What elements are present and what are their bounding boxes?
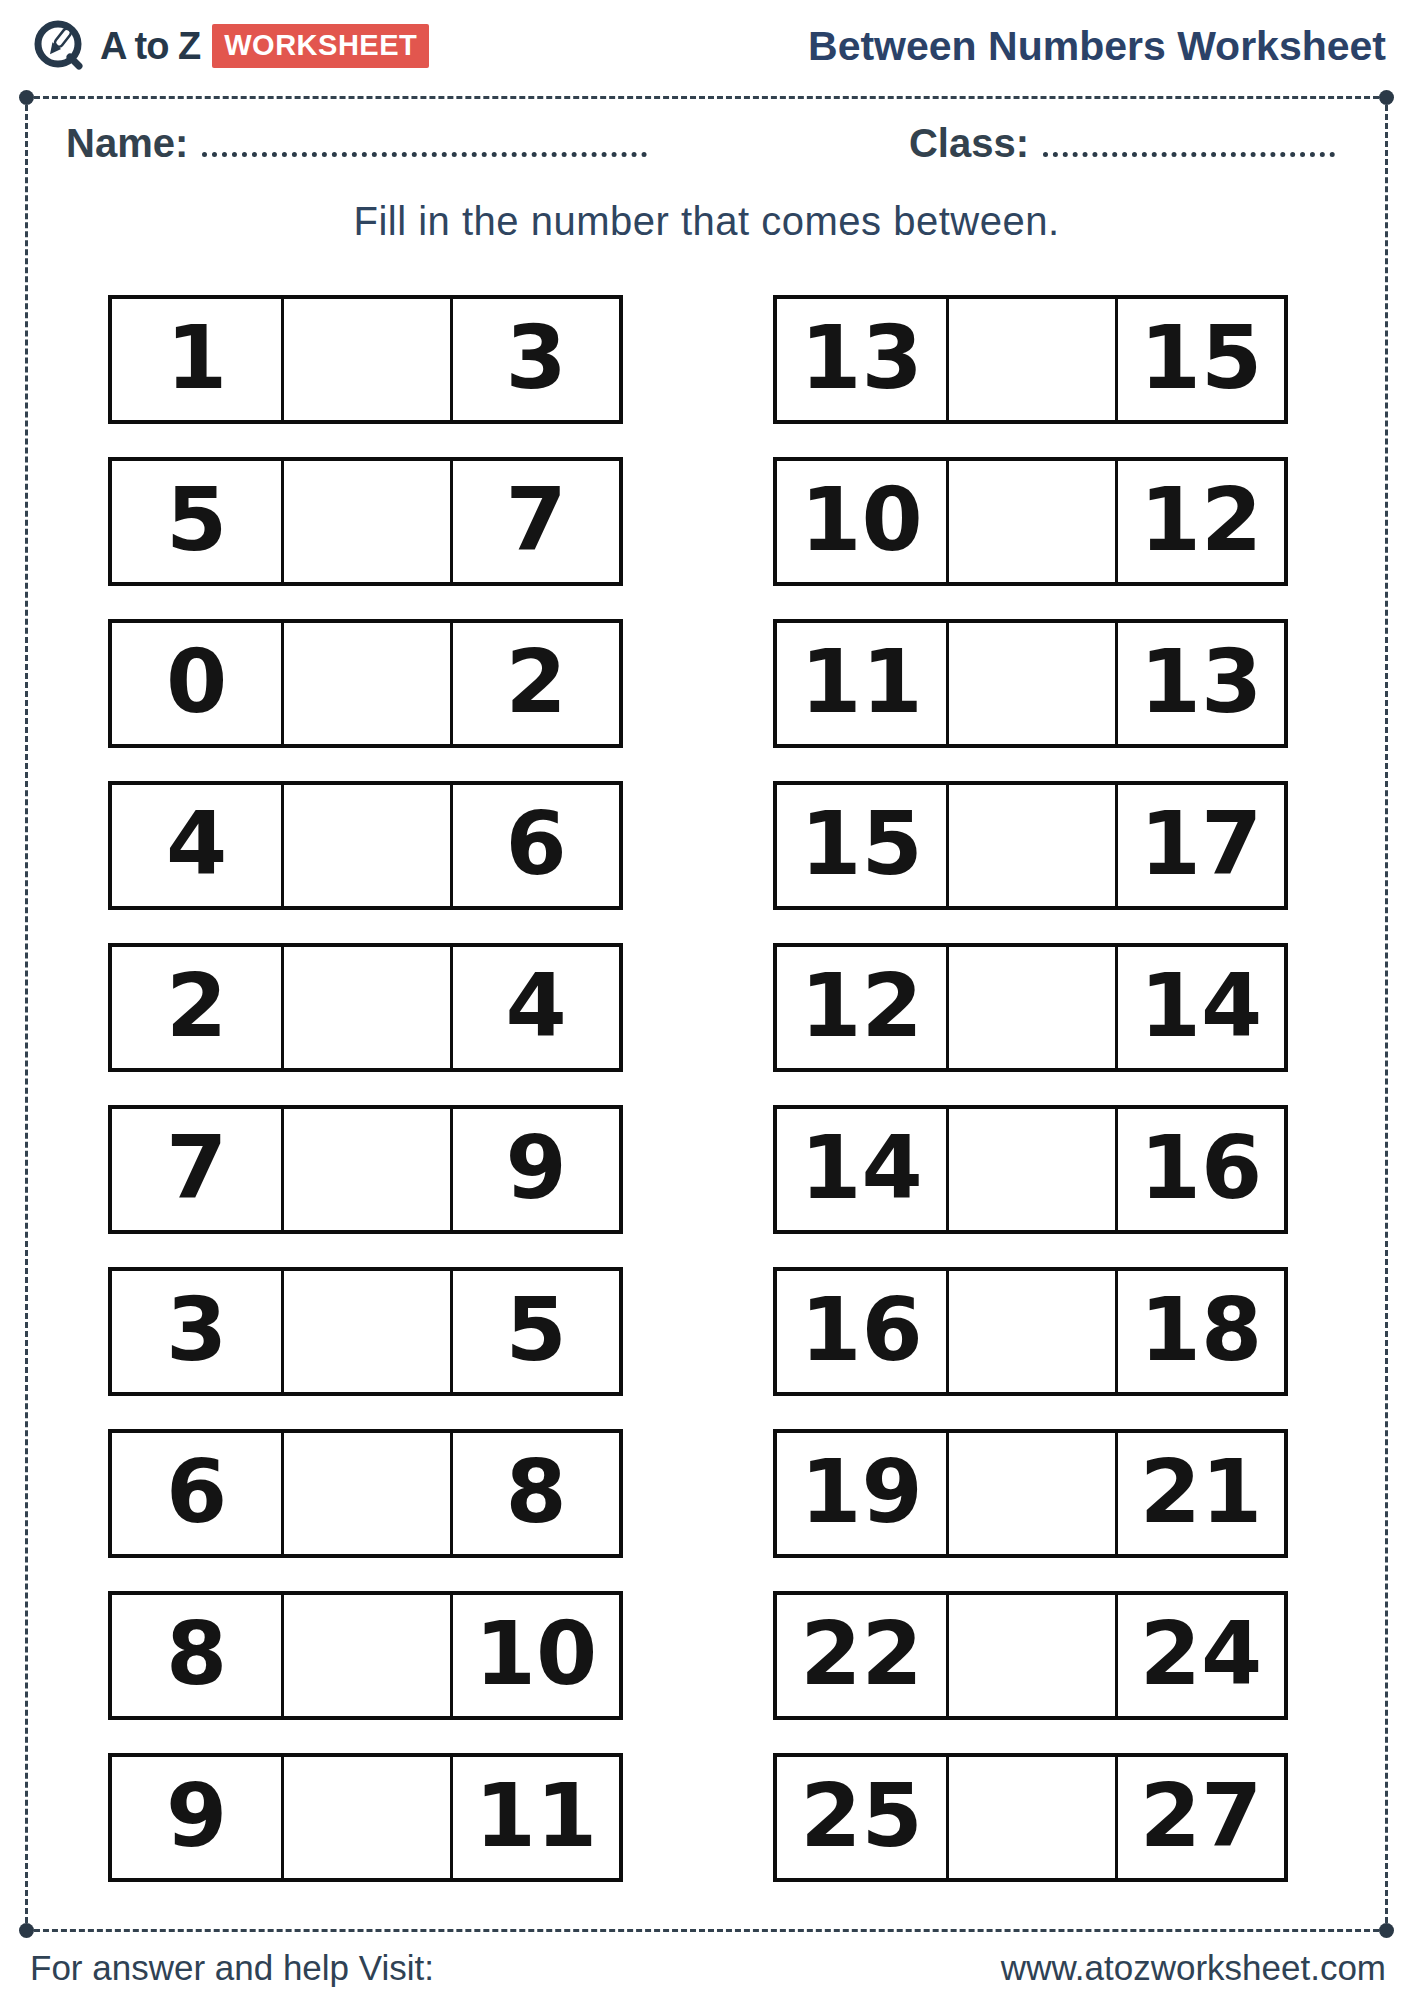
problem-row: 11 13	[773, 619, 1288, 748]
name-input-line[interactable]	[202, 152, 647, 157]
page-title: Between Numbers Worksheet	[808, 23, 1386, 70]
given-number-cell: 14	[1115, 947, 1284, 1068]
given-number-cell: 7	[112, 1109, 281, 1230]
problem-row: 9 11	[108, 1753, 623, 1882]
problem-row: 6 8	[108, 1429, 623, 1558]
given-number-cell: 21	[1115, 1433, 1284, 1554]
problem-row: 19 21	[773, 1429, 1288, 1558]
answer-cell[interactable]	[281, 1271, 450, 1392]
footer-help-text: For answer and help Visit:	[30, 1948, 434, 1988]
given-number-cell: 12	[777, 947, 946, 1068]
left-column: 1 3 5 7 0 2 4 6	[108, 295, 623, 1882]
problem-row: 13 15	[773, 295, 1288, 424]
given-number-cell: 2	[112, 947, 281, 1068]
answer-cell[interactable]	[281, 623, 450, 744]
problem-row: 12 14	[773, 943, 1288, 1072]
given-number-cell: 11	[450, 1757, 619, 1878]
answer-cell[interactable]	[281, 461, 450, 582]
answer-cell[interactable]	[946, 947, 1115, 1068]
problem-row: 16 18	[773, 1267, 1288, 1396]
given-number-cell: 5	[450, 1271, 619, 1392]
answer-cell[interactable]	[946, 461, 1115, 582]
problem-row: 1 3	[108, 295, 623, 424]
class-field: Class:	[909, 121, 1335, 165]
given-number-cell: 25	[777, 1757, 946, 1878]
given-number-cell: 16	[777, 1271, 946, 1392]
problem-row: 10 12	[773, 457, 1288, 586]
given-number-cell: 0	[112, 623, 281, 744]
instruction-text: Fill in the number that comes between.	[28, 199, 1385, 244]
name-class-row: Name: Class:	[28, 121, 1385, 165]
answer-cell[interactable]	[946, 1271, 1115, 1392]
given-number-cell: 8	[450, 1433, 619, 1554]
problem-row: 5 7	[108, 457, 623, 586]
problem-row: 14 16	[773, 1105, 1288, 1234]
given-number-cell: 24	[1115, 1595, 1284, 1716]
answer-cell[interactable]	[281, 1433, 450, 1554]
given-number-cell: 6	[450, 785, 619, 906]
problem-row: 4 6	[108, 781, 623, 910]
given-number-cell: 19	[777, 1433, 946, 1554]
problem-row: 2 4	[108, 943, 623, 1072]
given-number-cell: 7	[450, 461, 619, 582]
problem-row: 0 2	[108, 619, 623, 748]
right-column: 13 15 10 12 11 13 15 17	[773, 295, 1288, 1882]
problem-row: 7 9	[108, 1105, 623, 1234]
footer-website-link[interactable]: www.atozworksheet.com	[1001, 1948, 1386, 1988]
problems-grid: 1 3 5 7 0 2 4 6	[28, 295, 1385, 1882]
given-number-cell: 4	[450, 947, 619, 1068]
given-number-cell: 18	[1115, 1271, 1284, 1392]
problem-row: 3 5	[108, 1267, 623, 1396]
given-number-cell: 14	[777, 1109, 946, 1230]
given-number-cell: 16	[1115, 1109, 1284, 1230]
problem-row: 25 27	[773, 1753, 1288, 1882]
answer-cell[interactable]	[946, 1757, 1115, 1878]
problem-row: 15 17	[773, 781, 1288, 910]
answer-cell[interactable]	[946, 785, 1115, 906]
answer-cell[interactable]	[946, 623, 1115, 744]
name-field: Name:	[66, 121, 647, 165]
corner-dot	[1379, 1923, 1394, 1938]
given-number-cell: 3	[112, 1271, 281, 1392]
class-input-line[interactable]	[1043, 152, 1335, 157]
answer-cell[interactable]	[946, 299, 1115, 420]
answer-cell[interactable]	[281, 785, 450, 906]
answer-cell[interactable]	[281, 1109, 450, 1230]
corner-dot	[19, 1923, 34, 1938]
given-number-cell: 5	[112, 461, 281, 582]
given-number-cell: 8	[112, 1595, 281, 1716]
footer: For answer and help Visit: www.atozworks…	[0, 1938, 1414, 1998]
given-number-cell: 12	[1115, 461, 1284, 582]
given-number-cell: 27	[1115, 1757, 1284, 1878]
given-number-cell: 15	[777, 785, 946, 906]
given-number-cell: 2	[450, 623, 619, 744]
answer-cell[interactable]	[281, 947, 450, 1068]
worksheet-sheet: Name: Class: Fill in the number that com…	[25, 96, 1388, 1932]
pen-circle-logo-icon	[30, 17, 88, 75]
given-number-cell: 10	[450, 1595, 619, 1716]
given-number-cell: 22	[777, 1595, 946, 1716]
worksheet-page: A to Z WORKSHEET Between Numbers Workshe…	[0, 0, 1414, 2000]
given-number-cell: 6	[112, 1433, 281, 1554]
class-label: Class:	[909, 121, 1029, 165]
given-number-cell: 1	[112, 299, 281, 420]
answer-cell[interactable]	[281, 1757, 450, 1878]
corner-dot	[19, 90, 34, 105]
name-label: Name:	[66, 121, 188, 165]
answer-cell[interactable]	[281, 299, 450, 420]
problem-row: 22 24	[773, 1591, 1288, 1720]
given-number-cell: 9	[112, 1757, 281, 1878]
problem-row: 8 10	[108, 1591, 623, 1720]
given-number-cell: 15	[1115, 299, 1284, 420]
logo-text: A to Z	[100, 25, 200, 68]
answer-cell[interactable]	[946, 1109, 1115, 1230]
answer-cell[interactable]	[946, 1595, 1115, 1716]
answer-cell[interactable]	[281, 1595, 450, 1716]
given-number-cell: 11	[777, 623, 946, 744]
given-number-cell: 9	[450, 1109, 619, 1230]
answer-cell[interactable]	[946, 1433, 1115, 1554]
header: A to Z WORKSHEET Between Numbers Workshe…	[0, 0, 1414, 92]
atoz-logo: A to Z WORKSHEET	[30, 17, 429, 75]
given-number-cell: 17	[1115, 785, 1284, 906]
corner-dot	[1379, 90, 1394, 105]
given-number-cell: 13	[777, 299, 946, 420]
given-number-cell: 13	[1115, 623, 1284, 744]
given-number-cell: 3	[450, 299, 619, 420]
given-number-cell: 10	[777, 461, 946, 582]
logo-badge: WORKSHEET	[212, 24, 429, 68]
given-number-cell: 4	[112, 785, 281, 906]
